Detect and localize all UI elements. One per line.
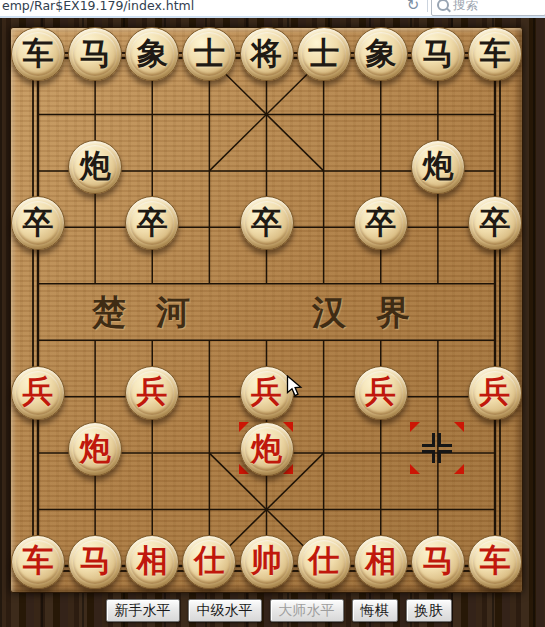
red-soldier-glyph: 兵 [480, 376, 511, 407]
black-chariot-glyph: 车 [23, 38, 54, 69]
black-soldier-glyph: 卒 [23, 207, 54, 238]
black-cannon-glyph: 炮 [422, 150, 453, 181]
piece-red-horse[interactable]: 马 [68, 535, 122, 589]
piece-black-cannon[interactable]: 炮 [411, 140, 465, 194]
last-move-origin-cross [422, 433, 452, 463]
piece-red-soldier[interactable]: 兵 [125, 366, 179, 420]
piece-red-soldier[interactable]: 兵 [468, 366, 522, 420]
black-advisor-glyph: 士 [194, 38, 225, 69]
search-placeholder: 搜索 [453, 0, 478, 14]
red-soldier-glyph: 兵 [23, 376, 54, 407]
river-label-han-jie: 汉界 [276, 286, 446, 340]
piece-black-chariot[interactable]: 车 [11, 27, 65, 81]
red-elephant-glyph: 相 [365, 545, 396, 576]
black-general-glyph: 将 [251, 38, 282, 69]
piece-black-soldier[interactable]: 卒 [468, 196, 522, 250]
black-chariot-glyph: 车 [480, 38, 511, 69]
piece-black-elephant[interactable]: 象 [354, 27, 408, 81]
black-advisor-glyph: 士 [308, 38, 339, 69]
refresh-icon[interactable]: ↻ [402, 0, 424, 14]
black-soldier-glyph: 卒 [251, 207, 282, 238]
red-advisor-glyph: 仕 [308, 545, 339, 576]
button-beginner-level[interactable]: 新手水平 [106, 599, 180, 622]
piece-red-elephant[interactable]: 相 [125, 535, 179, 589]
piece-red-cannon[interactable]: 炮 [68, 422, 122, 476]
piece-black-soldier[interactable]: 卒 [240, 196, 294, 250]
red-elephant-glyph: 相 [137, 545, 168, 576]
piece-red-soldier[interactable]: 兵 [11, 366, 65, 420]
control-button-bar: 新手水平 中级水平 大师水平 悔棋 换肤 [6, 599, 545, 622]
red-advisor-glyph: 仕 [194, 545, 225, 576]
red-general-glyph: 帅 [251, 545, 282, 576]
piece-black-horse[interactable]: 马 [68, 27, 122, 81]
piece-red-elephant[interactable]: 相 [354, 535, 408, 589]
piece-red-cannon[interactable]: 炮 [240, 422, 294, 476]
black-horse-glyph: 马 [422, 38, 453, 69]
red-cannon-glyph: 炮 [80, 433, 111, 464]
piece-black-advisor[interactable]: 士 [297, 27, 351, 81]
mouse-cursor-arrow [286, 375, 303, 398]
xiangqi-board[interactable]: 楚河 汉界 [10, 27, 523, 593]
black-cannon-glyph: 炮 [80, 150, 111, 181]
browser-address-bar: emp/Rar$EX19.179/index.html ↻ 搜索 [0, 0, 545, 18]
search-icon [437, 0, 449, 11]
red-horse-glyph: 马 [422, 545, 453, 576]
red-chariot-glyph: 车 [480, 545, 511, 576]
black-elephant-glyph: 象 [137, 38, 168, 69]
piece-black-cannon[interactable]: 炮 [68, 140, 122, 194]
button-master-level[interactable]: 大师水平 [270, 599, 344, 622]
red-soldier-glyph: 兵 [137, 376, 168, 407]
piece-red-chariot[interactable]: 车 [468, 535, 522, 589]
piece-red-advisor[interactable]: 仕 [182, 535, 236, 589]
red-soldier-glyph: 兵 [251, 376, 282, 407]
piece-black-soldier[interactable]: 卒 [11, 196, 65, 250]
button-undo-move[interactable]: 悔棋 [352, 599, 398, 622]
piece-red-horse[interactable]: 马 [411, 535, 465, 589]
browser-search-box[interactable]: 搜索 [431, 0, 545, 16]
piece-red-advisor[interactable]: 仕 [297, 535, 351, 589]
piece-black-elephant[interactable]: 象 [125, 27, 179, 81]
piece-red-chariot[interactable]: 车 [11, 535, 65, 589]
red-cannon-glyph: 炮 [251, 433, 282, 464]
piece-black-chariot[interactable]: 车 [468, 27, 522, 81]
red-horse-glyph: 马 [80, 545, 111, 576]
piece-black-advisor[interactable]: 士 [182, 27, 236, 81]
black-soldier-glyph: 卒 [365, 207, 396, 238]
black-horse-glyph: 马 [80, 38, 111, 69]
piece-black-horse[interactable]: 马 [411, 27, 465, 81]
piece-black-soldier[interactable]: 卒 [354, 196, 408, 250]
piece-black-general[interactable]: 将 [240, 27, 294, 81]
toolbar-divider [427, 0, 428, 12]
piece-red-general[interactable]: 帅 [240, 535, 294, 589]
black-soldier-glyph: 卒 [480, 207, 511, 238]
red-chariot-glyph: 车 [23, 545, 54, 576]
piece-red-soldier[interactable]: 兵 [354, 366, 408, 420]
address-url[interactable]: emp/Rar$EX19.179/index.html [0, 0, 402, 13]
xiangqi-app: emp/Rar$EX19.179/index.html ↻ 搜索 楚河 汉界 车… [0, 0, 545, 627]
river-label-chu-he: 楚河 [56, 286, 226, 340]
button-intermediate-level[interactable]: 中级水平 [188, 599, 262, 622]
black-elephant-glyph: 象 [365, 38, 396, 69]
red-soldier-glyph: 兵 [365, 376, 396, 407]
black-soldier-glyph: 卒 [137, 207, 168, 238]
button-change-skin[interactable]: 换肤 [406, 599, 452, 622]
